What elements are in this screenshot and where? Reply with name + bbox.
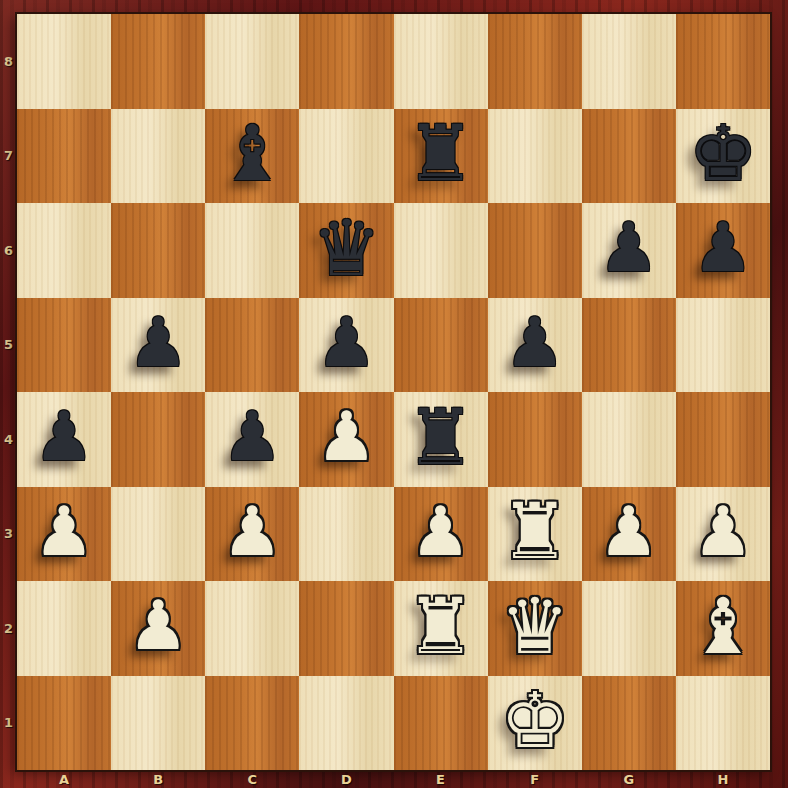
piece-black-queen[interactable]: ♛ [312,210,381,287]
rank-label-6: 6 [0,203,17,298]
piece-black-king[interactable]: ♚ [688,115,757,192]
chess-board: ♝♜♚♛♟♟♟♟♟♟♟♟♜♟♟♟♜♟♟♟♜♛♝♚ [17,14,770,770]
square-b7[interactable] [111,109,205,204]
square-d1[interactable] [299,676,393,771]
square-a3[interactable]: ♟ [17,487,111,582]
piece-white-pawn[interactable]: ♟ [598,498,659,566]
square-g7[interactable] [582,109,676,204]
square-c3[interactable]: ♟ [205,487,299,582]
piece-black-pawn[interactable]: ♟ [692,214,753,282]
square-d5[interactable]: ♟ [299,298,393,393]
piece-white-bishop[interactable]: ♝ [688,588,757,665]
piece-white-queen[interactable]: ♛ [500,588,569,665]
square-e4[interactable]: ♜ [394,392,488,487]
square-f8[interactable] [488,14,582,109]
rank-label-2: 2 [0,581,17,676]
square-f4[interactable] [488,392,582,487]
square-f2[interactable]: ♛ [488,581,582,676]
square-d2[interactable] [299,581,393,676]
piece-black-pawn[interactable]: ♟ [316,309,377,377]
square-d6[interactable]: ♛ [299,203,393,298]
square-f6[interactable] [488,203,582,298]
piece-black-pawn[interactable]: ♟ [504,309,565,377]
file-label-b: B [111,770,205,788]
square-b8[interactable] [111,14,205,109]
square-b4[interactable] [111,392,205,487]
piece-black-pawn[interactable]: ♟ [222,403,283,471]
square-e2[interactable]: ♜ [394,581,488,676]
square-c1[interactable] [205,676,299,771]
square-d3[interactable] [299,487,393,582]
square-h4[interactable] [676,392,770,487]
rank-label-3: 3 [0,487,17,582]
square-c6[interactable] [205,203,299,298]
square-b5[interactable]: ♟ [111,298,205,393]
piece-black-pawn[interactable]: ♟ [598,214,659,282]
square-g4[interactable] [582,392,676,487]
square-f7[interactable] [488,109,582,204]
square-e5[interactable] [394,298,488,393]
square-a8[interactable] [17,14,111,109]
piece-white-pawn[interactable]: ♟ [692,498,753,566]
square-a7[interactable] [17,109,111,204]
piece-white-pawn[interactable]: ♟ [222,498,283,566]
square-g5[interactable] [582,298,676,393]
square-h5[interactable] [676,298,770,393]
file-label-c: C [205,770,299,788]
piece-black-pawn[interactable]: ♟ [128,309,189,377]
file-label-f: F [488,770,582,788]
square-e8[interactable] [394,14,488,109]
square-c8[interactable] [205,14,299,109]
file-label-g: G [582,770,676,788]
square-b3[interactable] [111,487,205,582]
square-b1[interactable] [111,676,205,771]
square-g2[interactable] [582,581,676,676]
rank-labels: 87654321 [0,14,17,770]
file-label-d: D [299,770,393,788]
square-h2[interactable]: ♝ [676,581,770,676]
square-g8[interactable] [582,14,676,109]
square-a5[interactable] [17,298,111,393]
piece-black-rook[interactable]: ♜ [406,399,475,476]
square-c4[interactable]: ♟ [205,392,299,487]
square-e7[interactable]: ♜ [394,109,488,204]
rank-label-5: 5 [0,298,17,393]
square-h8[interactable] [676,14,770,109]
square-c2[interactable] [205,581,299,676]
square-h7[interactable]: ♚ [676,109,770,204]
square-d8[interactable] [299,14,393,109]
square-d7[interactable] [299,109,393,204]
piece-black-pawn[interactable]: ♟ [34,403,95,471]
piece-black-bishop[interactable]: ♝ [218,115,287,192]
piece-white-pawn[interactable]: ♟ [316,403,377,471]
square-a1[interactable] [17,676,111,771]
square-e3[interactable]: ♟ [394,487,488,582]
file-label-e: E [394,770,488,788]
square-g3[interactable]: ♟ [582,487,676,582]
square-b6[interactable] [111,203,205,298]
square-f1[interactable]: ♚ [488,676,582,771]
square-f5[interactable]: ♟ [488,298,582,393]
file-label-a: A [17,770,111,788]
square-g6[interactable]: ♟ [582,203,676,298]
square-h3[interactable]: ♟ [676,487,770,582]
piece-white-rook[interactable]: ♜ [406,588,475,665]
rank-label-4: 4 [0,392,17,487]
square-e6[interactable] [394,203,488,298]
chess-board-frame: 87654321 ♝♜♚♛♟♟♟♟♟♟♟♟♜♟♟♟♜♟♟♟♜♛♝♚ ABCDEF… [0,0,788,788]
square-b2[interactable]: ♟ [111,581,205,676]
square-h6[interactable]: ♟ [676,203,770,298]
rank-label-8: 8 [0,14,17,109]
square-f3[interactable]: ♜ [488,487,582,582]
square-a4[interactable]: ♟ [17,392,111,487]
square-c5[interactable] [205,298,299,393]
piece-black-rook[interactable]: ♜ [406,115,475,192]
square-e1[interactable] [394,676,488,771]
rank-label-7: 7 [0,109,17,204]
square-a6[interactable] [17,203,111,298]
file-labels: ABCDEFGH [17,770,770,788]
piece-white-pawn[interactable]: ♟ [34,498,95,566]
piece-white-rook[interactable]: ♜ [500,493,569,570]
square-g1[interactable] [582,676,676,771]
rank-label-1: 1 [0,676,17,771]
square-a2[interactable] [17,581,111,676]
piece-white-pawn[interactable]: ♟ [410,498,471,566]
square-c7[interactable]: ♝ [205,109,299,204]
piece-white-pawn[interactable]: ♟ [128,592,189,660]
square-h1[interactable] [676,676,770,771]
file-label-h: H [676,770,770,788]
square-d4[interactable]: ♟ [299,392,393,487]
piece-white-king[interactable]: ♚ [500,682,569,759]
